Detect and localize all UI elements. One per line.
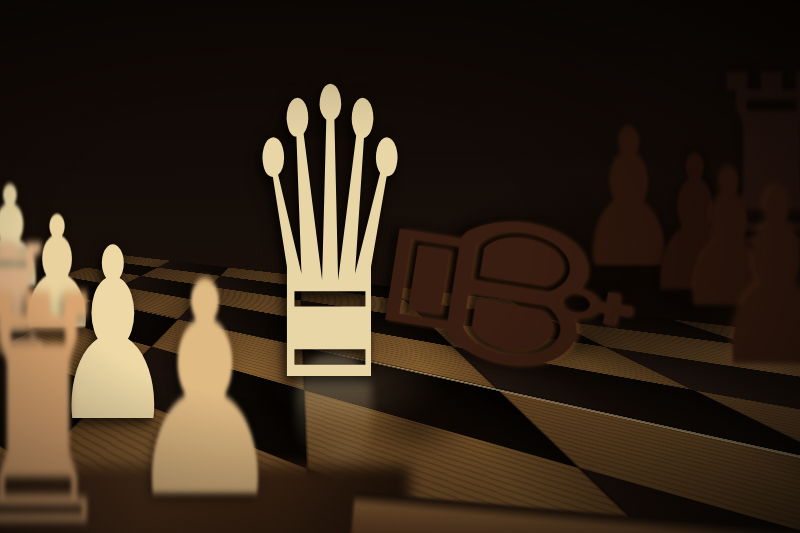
black-pawn-4-piece: ♟ <box>710 160 800 400</box>
white-pawn-front-piece: ♟ <box>126 244 285 533</box>
white-rook-foreground-piece: ♜ <box>0 255 116 533</box>
photo-scene: ♜ ♟ ♟ ♟ ♟ ♟ ♜ ♟ ♟ ♚ ♛ ♟ ♜ <box>0 0 800 533</box>
